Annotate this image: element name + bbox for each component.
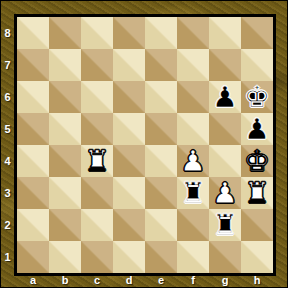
square-c1[interactable] — [81, 241, 113, 273]
square-d2[interactable] — [113, 209, 145, 241]
square-g5[interactable] — [209, 113, 241, 145]
square-c3[interactable] — [81, 177, 113, 209]
square-a2[interactable] — [17, 209, 49, 241]
square-b7[interactable] — [49, 49, 81, 81]
square-e6[interactable] — [145, 81, 177, 113]
file-label-b: b — [49, 274, 81, 286]
square-h5[interactable]: ♟︎ — [241, 113, 273, 145]
black-pawn[interactable]: ♟︎ — [209, 81, 241, 113]
square-d5[interactable] — [113, 113, 145, 145]
square-a6[interactable] — [17, 81, 49, 113]
square-c4[interactable]: ♜ — [81, 145, 113, 177]
square-f2[interactable] — [177, 209, 209, 241]
square-d6[interactable] — [113, 81, 145, 113]
square-h2[interactable] — [241, 209, 273, 241]
square-h3[interactable]: ♜ — [241, 177, 273, 209]
square-f8[interactable] — [177, 17, 209, 49]
white-rook[interactable]: ♜ — [241, 177, 273, 209]
chess-diagram: ♟︎♚♟︎♜♟︎♚♜♟︎♜♜ 87654321abcdefgh — [0, 0, 288, 288]
square-d4[interactable] — [113, 145, 145, 177]
square-g1[interactable] — [209, 241, 241, 273]
square-f5[interactable] — [177, 113, 209, 145]
square-f6[interactable] — [177, 81, 209, 113]
square-h1[interactable] — [241, 241, 273, 273]
square-g8[interactable] — [209, 17, 241, 49]
square-c5[interactable] — [81, 113, 113, 145]
square-b3[interactable] — [49, 177, 81, 209]
square-c2[interactable] — [81, 209, 113, 241]
rank-label-8: 8 — [1, 17, 14, 49]
file-label-f: f — [177, 274, 209, 286]
file-label-h: h — [241, 274, 273, 286]
square-a5[interactable] — [17, 113, 49, 145]
black-king[interactable]: ♚ — [241, 81, 273, 113]
black-pawn[interactable]: ♟︎ — [241, 113, 273, 145]
square-b4[interactable] — [49, 145, 81, 177]
square-g4[interactable] — [209, 145, 241, 177]
square-a8[interactable] — [17, 17, 49, 49]
square-b8[interactable] — [49, 17, 81, 49]
square-a7[interactable] — [17, 49, 49, 81]
black-rook[interactable]: ♜ — [177, 177, 209, 209]
rank-label-7: 7 — [1, 49, 14, 81]
rank-label-2: 2 — [1, 209, 14, 241]
square-f1[interactable] — [177, 241, 209, 273]
square-g6[interactable]: ♟︎ — [209, 81, 241, 113]
square-e1[interactable] — [145, 241, 177, 273]
square-b2[interactable] — [49, 209, 81, 241]
rank-label-3: 3 — [1, 177, 14, 209]
square-f3[interactable]: ♜ — [177, 177, 209, 209]
rank-label-4: 4 — [1, 145, 14, 177]
square-d7[interactable] — [113, 49, 145, 81]
square-e7[interactable] — [145, 49, 177, 81]
square-e5[interactable] — [145, 113, 177, 145]
file-label-a: a — [17, 274, 49, 286]
file-label-g: g — [209, 274, 241, 286]
square-e2[interactable] — [145, 209, 177, 241]
square-a1[interactable] — [17, 241, 49, 273]
square-d3[interactable] — [113, 177, 145, 209]
square-e4[interactable] — [145, 145, 177, 177]
square-c8[interactable] — [81, 17, 113, 49]
rank-label-5: 5 — [1, 113, 14, 145]
square-d1[interactable] — [113, 241, 145, 273]
white-king[interactable]: ♚ — [241, 145, 273, 177]
square-c7[interactable] — [81, 49, 113, 81]
square-e8[interactable] — [145, 17, 177, 49]
file-label-d: d — [113, 274, 145, 286]
square-a3[interactable] — [17, 177, 49, 209]
square-g2[interactable]: ♜ — [209, 209, 241, 241]
square-d8[interactable] — [113, 17, 145, 49]
black-rook[interactable]: ♜ — [209, 209, 241, 241]
square-g7[interactable] — [209, 49, 241, 81]
rank-label-1: 1 — [1, 241, 14, 273]
square-b5[interactable] — [49, 113, 81, 145]
square-f7[interactable] — [177, 49, 209, 81]
file-label-e: e — [145, 274, 177, 286]
square-g3[interactable]: ♟︎ — [209, 177, 241, 209]
rank-label-6: 6 — [1, 81, 14, 113]
chess-board: ♟︎♚♟︎♜♟︎♚♜♟︎♜♜ — [14, 14, 276, 276]
square-a4[interactable] — [17, 145, 49, 177]
square-e3[interactable] — [145, 177, 177, 209]
square-b1[interactable] — [49, 241, 81, 273]
white-pawn[interactable]: ♟︎ — [209, 177, 241, 209]
square-f4[interactable]: ♟︎ — [177, 145, 209, 177]
square-h6[interactable]: ♚ — [241, 81, 273, 113]
white-rook[interactable]: ♜ — [81, 145, 113, 177]
square-h8[interactable] — [241, 17, 273, 49]
square-c6[interactable] — [81, 81, 113, 113]
file-label-c: c — [81, 274, 113, 286]
square-b6[interactable] — [49, 81, 81, 113]
white-pawn[interactable]: ♟︎ — [177, 145, 209, 177]
square-h4[interactable]: ♚ — [241, 145, 273, 177]
square-h7[interactable] — [241, 49, 273, 81]
